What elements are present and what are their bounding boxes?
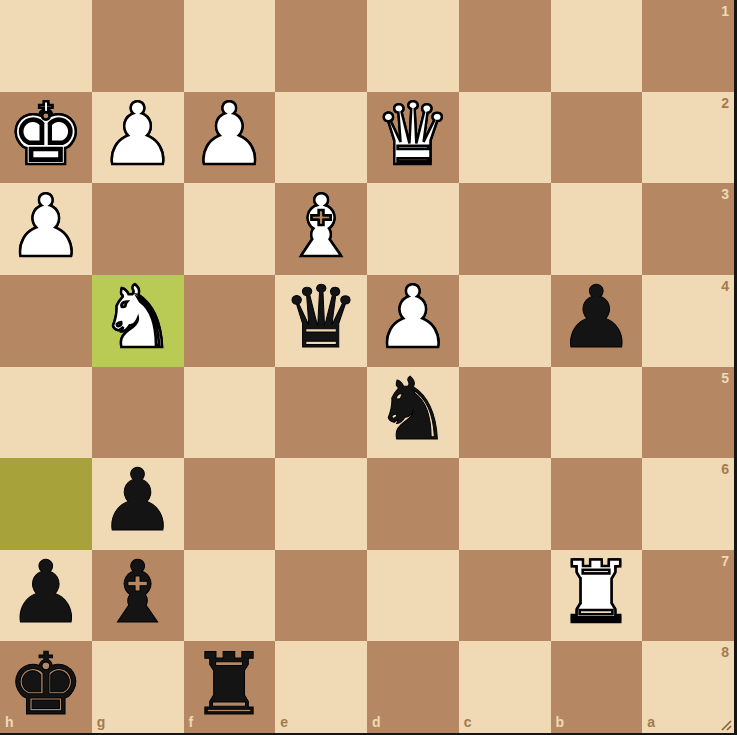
square-f3[interactable] (184, 183, 276, 275)
square-h1[interactable] (0, 0, 92, 92)
square-f2[interactable]: ♟ (184, 92, 276, 184)
square-g1[interactable] (92, 0, 184, 92)
white-bishop[interactable]: ♝ (283, 181, 360, 272)
square-h7[interactable]: ♟ (0, 550, 92, 642)
square-d8[interactable]: d (367, 641, 459, 733)
white-pawn[interactable]: ♟ (191, 89, 268, 180)
square-f8[interactable]: ♜f (184, 641, 276, 733)
square-b4[interactable]: ♟ (551, 275, 643, 367)
square-c4[interactable] (459, 275, 551, 367)
square-h3[interactable]: ♟ (0, 183, 92, 275)
board-resize-handle[interactable] (718, 717, 732, 731)
square-g7[interactable]: ♝ (92, 550, 184, 642)
white-pawn[interactable]: ♟ (99, 89, 176, 180)
square-g4[interactable]: ♞ (92, 275, 184, 367)
square-h5[interactable] (0, 367, 92, 459)
file-label-a: a (647, 715, 655, 729)
white-knight[interactable]: ♞ (99, 272, 176, 363)
square-e3[interactable]: ♝ (275, 183, 367, 275)
square-g6[interactable]: ♟ (92, 458, 184, 550)
square-e8[interactable]: e (275, 641, 367, 733)
rank-label-3: 3 (721, 187, 729, 201)
square-a4[interactable]: 4 (642, 275, 734, 367)
rank-label-2: 2 (721, 96, 729, 110)
rank-label-7: 7 (721, 554, 729, 568)
square-c8[interactable]: c (459, 641, 551, 733)
square-f7[interactable] (184, 550, 276, 642)
square-b1[interactable] (551, 0, 643, 92)
square-d6[interactable] (367, 458, 459, 550)
black-pawn[interactable]: ♟ (7, 547, 84, 638)
rank-label-6: 6 (721, 462, 729, 476)
rank-label-8: 8 (721, 645, 729, 659)
square-b6[interactable] (551, 458, 643, 550)
square-b7[interactable]: ♜ (551, 550, 643, 642)
square-g2[interactable]: ♟ (92, 92, 184, 184)
square-a6[interactable]: 6 (642, 458, 734, 550)
black-pawn[interactable]: ♟ (558, 272, 635, 363)
file-label-c: c (464, 715, 472, 729)
black-queen[interactable]: ♛ (283, 272, 360, 363)
square-c2[interactable] (459, 92, 551, 184)
file-label-g: g (97, 715, 106, 729)
square-c6[interactable] (459, 458, 551, 550)
square-c1[interactable] (459, 0, 551, 92)
square-b8[interactable]: b (551, 641, 643, 733)
rank-label-5: 5 (721, 371, 729, 385)
square-e1[interactable] (275, 0, 367, 92)
square-f5[interactable] (184, 367, 276, 459)
file-label-h: h (5, 715, 14, 729)
rank-label-4: 4 (721, 279, 729, 293)
square-h6[interactable] (0, 458, 92, 550)
square-f1[interactable] (184, 0, 276, 92)
black-knight[interactable]: ♞ (374, 364, 451, 455)
white-king[interactable]: ♚ (7, 89, 84, 180)
square-e6[interactable] (275, 458, 367, 550)
square-d7[interactable] (367, 550, 459, 642)
square-e7[interactable] (275, 550, 367, 642)
square-f6[interactable] (184, 458, 276, 550)
square-g5[interactable] (92, 367, 184, 459)
square-d4[interactable]: ♟ (367, 275, 459, 367)
square-a2[interactable]: 2 (642, 92, 734, 184)
square-f4[interactable] (184, 275, 276, 367)
black-pawn[interactable]: ♟ (99, 455, 176, 546)
black-rook[interactable]: ♜ (191, 639, 268, 730)
square-d1[interactable] (367, 0, 459, 92)
square-d5[interactable]: ♞ (367, 367, 459, 459)
black-bishop[interactable]: ♝ (99, 547, 176, 638)
square-e4[interactable]: ♛ (275, 275, 367, 367)
file-label-e: e (280, 715, 288, 729)
square-d3[interactable] (367, 183, 459, 275)
file-label-f: f (189, 715, 194, 729)
square-c5[interactable] (459, 367, 551, 459)
square-e5[interactable] (275, 367, 367, 459)
square-a3[interactable]: 3 (642, 183, 734, 275)
chess-board: 1♚♟♟♛2♟♝3♞♛♟♟4♞5♟6♟♝♜7♚hg♜fedcb8a (0, 0, 734, 733)
black-king[interactable]: ♚ (7, 639, 84, 730)
square-b3[interactable] (551, 183, 643, 275)
white-rook[interactable]: ♜ (558, 547, 635, 638)
rank-label-1: 1 (721, 4, 729, 18)
file-label-b: b (556, 715, 565, 729)
square-h4[interactable] (0, 275, 92, 367)
white-pawn[interactable]: ♟ (7, 181, 84, 272)
square-e2[interactable] (275, 92, 367, 184)
square-b2[interactable] (551, 92, 643, 184)
square-d2[interactable]: ♛ (367, 92, 459, 184)
square-h8[interactable]: ♚h (0, 641, 92, 733)
file-label-d: d (372, 715, 381, 729)
white-pawn[interactable]: ♟ (374, 272, 451, 363)
page-background: 1♚♟♟♛2♟♝3♞♛♟♟4♞5♟6♟♝♜7♚hg♜fedcb8a (0, 0, 737, 735)
square-a5[interactable]: 5 (642, 367, 734, 459)
square-c3[interactable] (459, 183, 551, 275)
square-a1[interactable]: 1 (642, 0, 734, 92)
white-queen[interactable]: ♛ (374, 89, 451, 180)
square-h2[interactable]: ♚ (0, 92, 92, 184)
square-c7[interactable] (459, 550, 551, 642)
square-g8[interactable]: g (92, 641, 184, 733)
square-a7[interactable]: 7 (642, 550, 734, 642)
square-g3[interactable] (92, 183, 184, 275)
square-b5[interactable] (551, 367, 643, 459)
diagonal-resize-lines-icon (718, 717, 732, 731)
